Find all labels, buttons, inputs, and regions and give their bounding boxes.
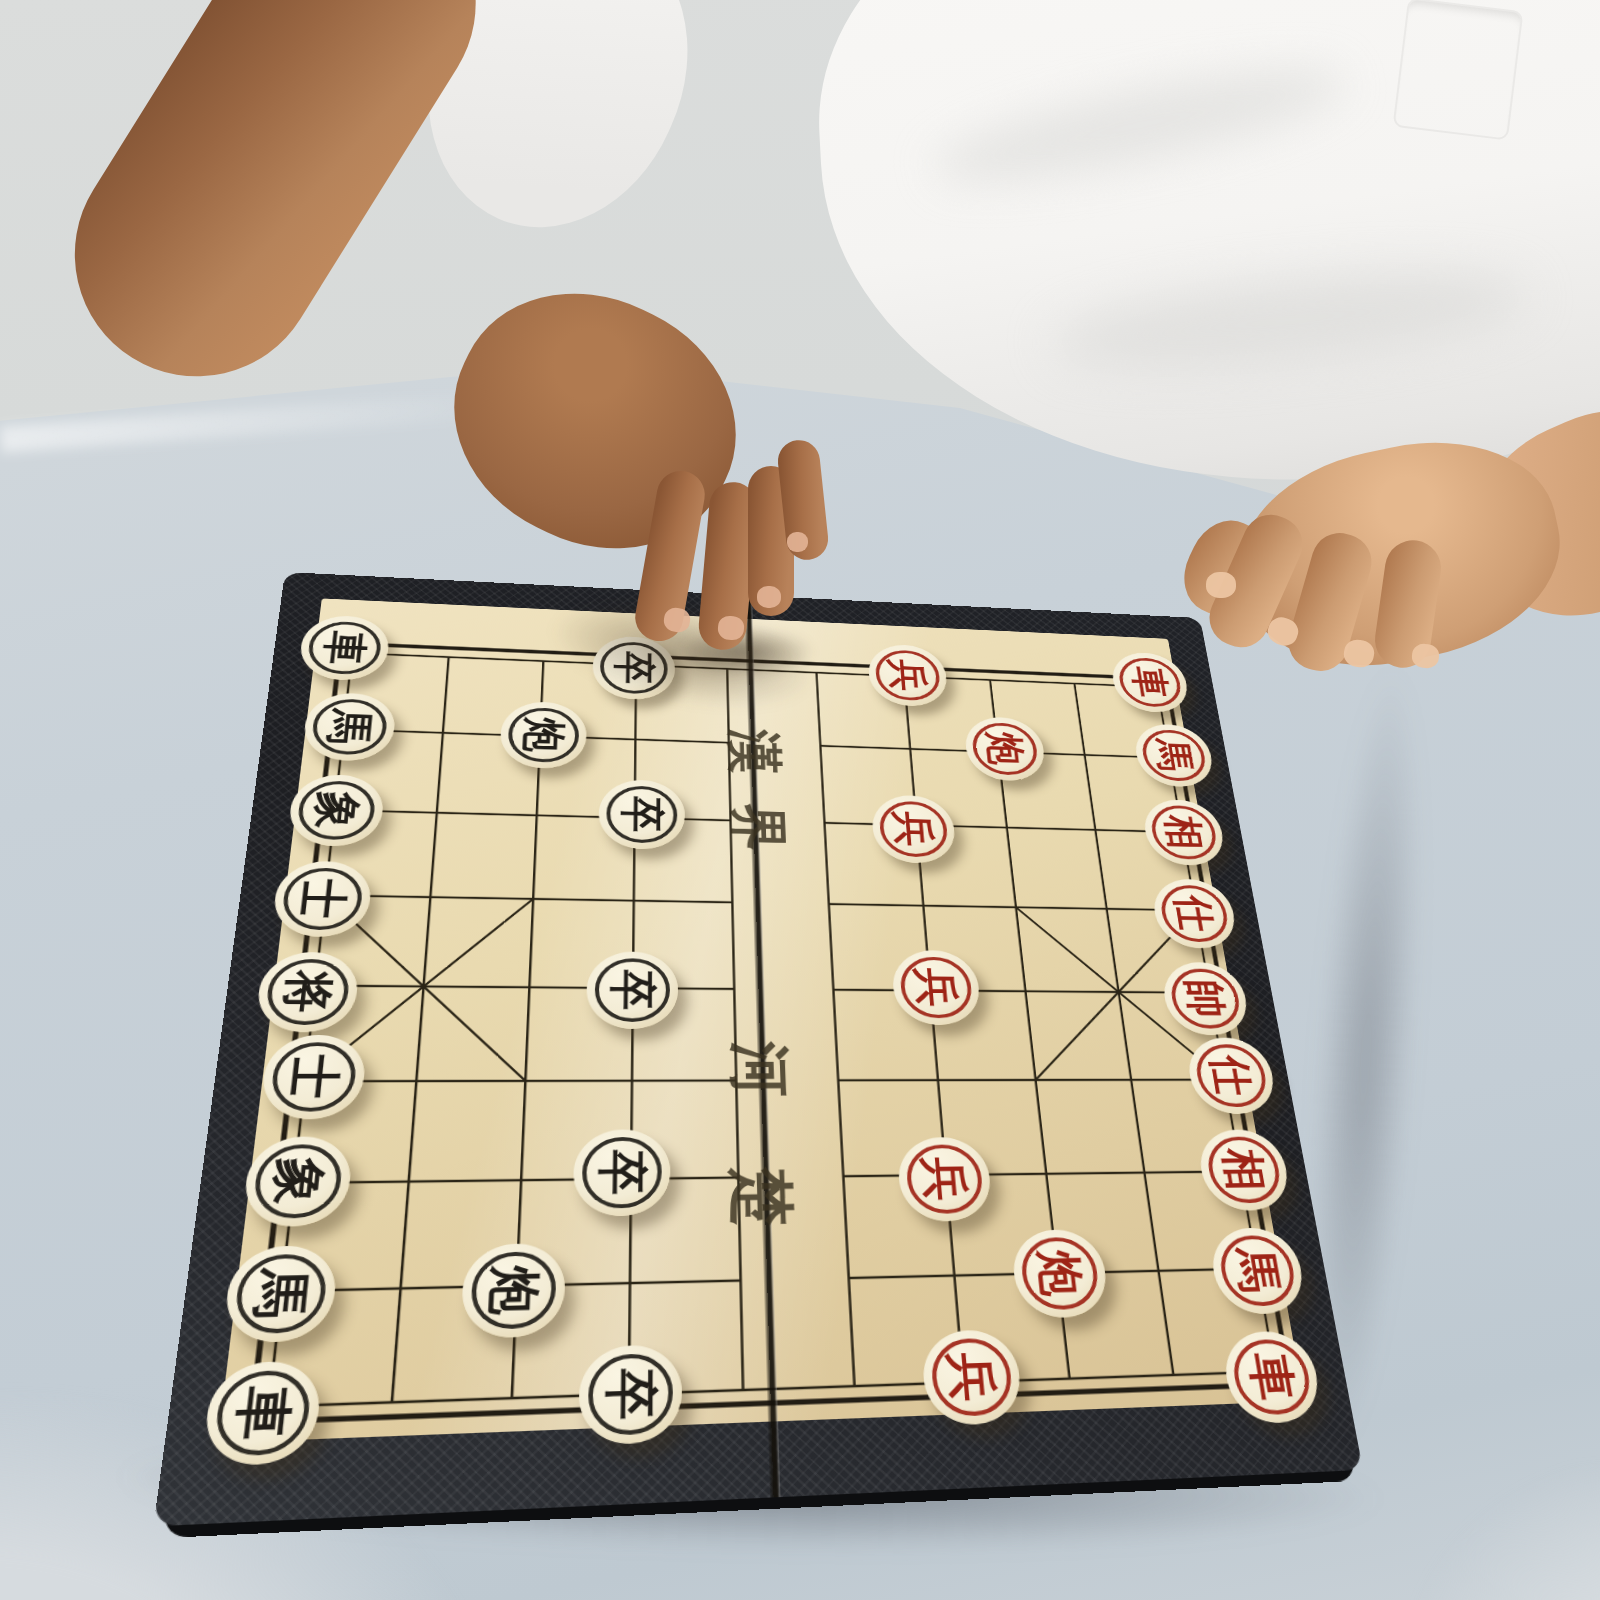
piece-black-horse[interactable]: 馬 — [301, 692, 397, 762]
photo-scene: 漢 界 河 楚 車馬象士将士象馬車炮炮卒卒卒卒卒兵兵兵兵兵炮炮車馬相仕帥仕相馬車 — [0, 0, 1600, 1600]
piece-character: 士 — [259, 1035, 368, 1120]
piece-character: 将 — [254, 952, 361, 1033]
piece-character: 兵 — [890, 950, 982, 1025]
fingernail — [787, 532, 808, 552]
piece-red-general[interactable]: 帥 — [1159, 962, 1252, 1035]
piece-character: 馬 — [301, 692, 397, 762]
piece-character: 兵 — [896, 1137, 993, 1222]
piece-character: 車 — [201, 1361, 324, 1468]
piece-red-soldier[interactable]: 兵 — [920, 1329, 1023, 1426]
piece-character: 帥 — [1159, 962, 1252, 1035]
piece-character: 炮 — [460, 1242, 566, 1338]
piece-red-soldier[interactable]: 兵 — [890, 950, 982, 1025]
piece-red-elephant[interactable]: 相 — [1140, 799, 1228, 866]
piece-character: 炮 — [963, 716, 1048, 782]
river-character: 漢 — [725, 728, 783, 775]
river-character: 楚 — [728, 1167, 795, 1227]
piece-character: 兵 — [870, 795, 957, 864]
piece-red-chariot[interactable]: 車 — [1220, 1331, 1325, 1425]
piece-character: 馬 — [1132, 723, 1217, 788]
piece-character: 車 — [1109, 651, 1192, 713]
piece-black-chariot[interactable]: 車 — [201, 1361, 324, 1468]
piece-character: 象 — [241, 1136, 354, 1227]
piece-black-chariot[interactable]: 車 — [297, 614, 391, 681]
piece-black-cannon[interactable]: 炮 — [460, 1242, 566, 1338]
fingernail — [1206, 572, 1236, 598]
piece-red-cannon[interactable]: 炮 — [963, 716, 1048, 782]
piece-black-horse[interactable]: 馬 — [221, 1245, 339, 1343]
piece-character: 卒 — [573, 1129, 671, 1217]
piece-black-soldier[interactable]: 卒 — [598, 779, 685, 850]
piece-character: 士 — [271, 860, 374, 937]
piece-character: 仕 — [1184, 1037, 1279, 1114]
piece-black-soldier[interactable]: 卒 — [586, 951, 678, 1029]
piece-character: 車 — [297, 614, 391, 681]
piece-character: 相 — [1140, 799, 1228, 866]
piece-red-chariot[interactable]: 車 — [1109, 651, 1192, 713]
piece-character: 卒 — [578, 1344, 682, 1446]
table-corner-highlight — [1420, 1470, 1600, 1600]
piece-red-horse[interactable]: 馬 — [1132, 723, 1217, 788]
piece-black-advisor[interactable]: 士 — [271, 860, 374, 937]
river-character: 河 — [728, 1041, 792, 1096]
piece-character: 象 — [286, 774, 386, 847]
piece-black-elephant[interactable]: 象 — [286, 774, 386, 847]
piece-black-general[interactable]: 将 — [254, 952, 361, 1033]
piece-red-soldier[interactable]: 兵 — [896, 1137, 993, 1222]
piece-black-soldier[interactable]: 卒 — [578, 1344, 682, 1446]
piece-black-elephant[interactable]: 象 — [241, 1136, 354, 1227]
piece-character: 仕 — [1149, 878, 1239, 948]
piece-character: 兵 — [867, 644, 949, 708]
piece-character: 相 — [1195, 1130, 1293, 1212]
piece-red-advisor[interactable]: 仕 — [1149, 878, 1239, 948]
piece-character: 炮 — [499, 701, 587, 770]
piece-black-cannon[interactable]: 炮 — [499, 701, 587, 770]
piece-black-soldier[interactable]: 卒 — [573, 1129, 671, 1217]
piece-character: 卒 — [586, 951, 678, 1029]
piece-red-soldier[interactable]: 兵 — [867, 644, 949, 708]
piece-character: 炮 — [1010, 1229, 1111, 1319]
piece-character: 車 — [1220, 1331, 1325, 1425]
piece-red-horse[interactable]: 馬 — [1207, 1227, 1309, 1315]
finger-shadow — [676, 626, 816, 678]
piece-character: 兵 — [920, 1329, 1023, 1426]
piece-character: 卒 — [598, 779, 685, 850]
piece-red-elephant[interactable]: 相 — [1195, 1130, 1293, 1212]
piece-red-advisor[interactable]: 仕 — [1184, 1037, 1279, 1114]
piece-character: 馬 — [221, 1245, 339, 1343]
piece-character: 馬 — [1207, 1227, 1309, 1315]
piece-red-soldier[interactable]: 兵 — [870, 795, 957, 864]
piece-red-cannon[interactable]: 炮 — [1010, 1229, 1111, 1319]
river-character: 界 — [729, 803, 788, 852]
shirt-pocket — [1393, 0, 1524, 141]
piece-black-advisor[interactable]: 士 — [259, 1035, 368, 1120]
fingernail — [757, 586, 781, 608]
